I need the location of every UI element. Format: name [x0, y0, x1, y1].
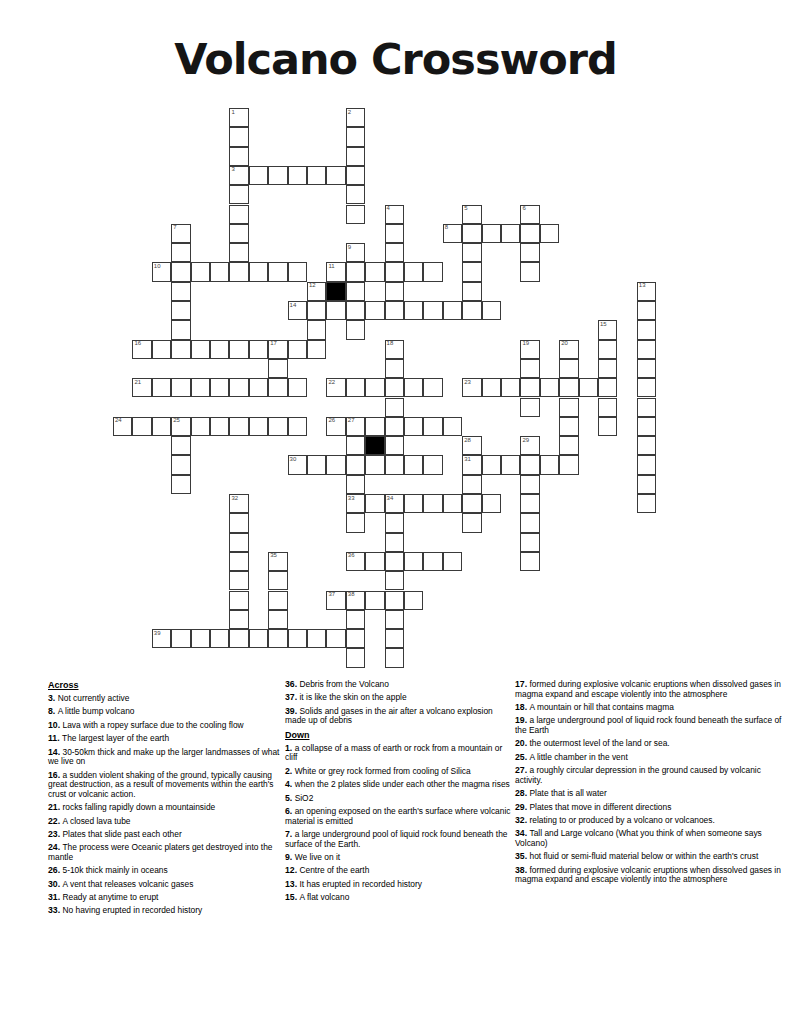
grid-cell[interactable] [540, 224, 559, 243]
grid-cell[interactable] [559, 378, 578, 397]
grid-cell[interactable] [637, 320, 656, 339]
grid-cell[interactable] [346, 166, 365, 185]
grid-cell[interactable] [385, 359, 404, 378]
grid-cell[interactable] [229, 417, 248, 436]
clue-number-label: 36. [285, 679, 300, 689]
clue-number-label: 5. [285, 793, 295, 803]
grid-cell[interactable] [559, 359, 578, 378]
grid-cell[interactable] [152, 340, 171, 359]
cell-number: 2 [348, 109, 351, 116]
grid-cell[interactable]: 14 [288, 301, 307, 320]
grid-cell[interactable]: 3 [229, 166, 248, 185]
grid-cell[interactable] [191, 417, 210, 436]
grid-cell[interactable] [268, 591, 287, 610]
grid-cell[interactable]: 16 [132, 340, 151, 359]
grid-cell[interactable]: 9 [346, 243, 365, 262]
grid-cell[interactable] [307, 455, 326, 474]
grid-cell[interactable] [346, 610, 365, 629]
grid-cell[interactable] [462, 494, 481, 513]
grid-cell[interactable]: 4 [385, 205, 404, 224]
grid-cell[interactable] [365, 455, 384, 474]
grid-cell[interactable] [385, 455, 404, 474]
grid-cell[interactable] [385, 417, 404, 436]
clue-number-label: 38. [515, 865, 530, 875]
grid-cell[interactable]: 23 [462, 378, 481, 397]
grid-cell[interactable] [229, 243, 248, 262]
clue-number-label: 12. [285, 865, 300, 875]
clue-number-label: 39. [285, 706, 300, 716]
grid-cell[interactable] [482, 494, 501, 513]
clue-item: 37. it is like the skin on the apple [285, 693, 513, 703]
grid-cell[interactable] [637, 398, 656, 417]
grid-cell[interactable] [540, 455, 559, 474]
grid-cell[interactable] [404, 552, 423, 571]
grid-cell[interactable]: 19 [520, 340, 539, 359]
grid-cell[interactable] [288, 629, 307, 648]
grid-cell[interactable] [385, 610, 404, 629]
grid-cell[interactable] [346, 147, 365, 166]
grid-cell[interactable] [229, 185, 248, 204]
grid-cell[interactable] [385, 243, 404, 262]
grid-cell[interactable]: 33 [346, 494, 365, 513]
cell-number: 4 [387, 205, 390, 212]
grid-cell[interactable]: 26 [326, 417, 345, 436]
grid-cell[interactable] [171, 243, 190, 262]
grid-cell[interactable] [249, 629, 268, 648]
grid-cell[interactable] [326, 455, 345, 474]
grid-cell[interactable]: 2 [346, 108, 365, 127]
grid-cell[interactable] [637, 475, 656, 494]
grid-cell[interactable] [637, 359, 656, 378]
clue-number-label: 3. [48, 693, 58, 703]
grid-cell[interactable] [385, 571, 404, 590]
cell-number: 13 [639, 282, 646, 289]
cell-number: 26 [328, 417, 335, 424]
cell-number: 10 [154, 263, 161, 270]
grid-cell[interactable] [637, 494, 656, 513]
grid-cell[interactable] [210, 262, 229, 281]
grid-cell[interactable] [268, 359, 287, 378]
grid-cell[interactable] [385, 398, 404, 417]
grid-cell[interactable] [462, 224, 481, 243]
grid-cell[interactable] [191, 378, 210, 397]
clue-number-label: 29. [515, 802, 530, 812]
grid-cell[interactable]: 18 [385, 340, 404, 359]
cell-number: 12 [309, 282, 316, 289]
grid-cell[interactable]: 27 [346, 417, 365, 436]
grid-cell[interactable]: 8 [443, 224, 462, 243]
grid-cell[interactable]: 17 [268, 340, 287, 359]
grid-cell[interactable] [385, 224, 404, 243]
grid-cell[interactable] [385, 513, 404, 532]
grid-cell[interactable] [365, 262, 384, 281]
clue-item: 21. rocks falling rapidly down a mountai… [48, 803, 285, 813]
grid-cell[interactable] [307, 320, 326, 339]
grid-cell[interactable] [540, 378, 559, 397]
clue-item: 5. SiO2 [285, 794, 513, 804]
grid-cell[interactable] [637, 340, 656, 359]
grid-cell[interactable] [346, 205, 365, 224]
cell-number: 19 [522, 340, 529, 347]
grid-cell[interactable] [346, 455, 365, 474]
clue-number-label: 21. [48, 802, 63, 812]
clue-number-label: 20. [515, 738, 530, 748]
grid-cell[interactable] [326, 166, 345, 185]
grid-cell[interactable] [210, 417, 229, 436]
cell-number: 15 [600, 321, 607, 328]
grid-cell[interactable] [385, 282, 404, 301]
grid-cell[interactable] [229, 262, 248, 281]
grid-cell[interactable] [249, 340, 268, 359]
grid-cell[interactable] [249, 166, 268, 185]
grid-cell[interactable] [482, 455, 501, 474]
grid-cell[interactable] [326, 301, 345, 320]
grid-cell[interactable] [346, 436, 365, 455]
grid-cell[interactable] [152, 417, 171, 436]
grid-cell[interactable] [171, 436, 190, 455]
grid-cell[interactable] [385, 301, 404, 320]
cell-number: 14 [290, 302, 297, 309]
grid-cell[interactable] [210, 378, 229, 397]
cell-number: 27 [348, 417, 355, 424]
grid-cell[interactable] [501, 455, 520, 474]
clue-number-label: 8. [48, 706, 58, 716]
grid-cell[interactable] [520, 494, 539, 513]
clue-item: 20. the outermost level of the land or s… [515, 739, 789, 749]
grid-cell[interactable] [171, 340, 190, 359]
grid-cell[interactable] [152, 378, 171, 397]
grid-cell[interactable] [249, 262, 268, 281]
clue-number-label: 37. [285, 692, 300, 702]
grid-cell[interactable] [229, 610, 248, 629]
grid-cell[interactable]: 32 [229, 494, 248, 513]
grid-cell[interactable] [520, 262, 539, 281]
grid-cell[interactable] [171, 320, 190, 339]
cell-number: 29 [522, 437, 529, 444]
grid-cell[interactable] [229, 378, 248, 397]
grid-cell[interactable] [520, 533, 539, 552]
clue-item: 35. hot fluid or semi-fluid material bel… [515, 852, 789, 862]
grid-cell[interactable] [520, 552, 539, 571]
grid-cell[interactable] [520, 243, 539, 262]
grid-cell[interactable] [171, 378, 190, 397]
clue-item: 36. Debris from the Volcano [285, 680, 513, 690]
grid-cell[interactable] [268, 166, 287, 185]
grid-cell[interactable]: 39 [152, 629, 171, 648]
grid-cell[interactable] [482, 224, 501, 243]
grid-cell[interactable] [346, 378, 365, 397]
grid-cell[interactable] [249, 378, 268, 397]
grid-cell[interactable] [191, 262, 210, 281]
grid-cell[interactable] [559, 398, 578, 417]
grid-cell[interactable] [268, 262, 287, 281]
grid-cell[interactable] [171, 629, 190, 648]
grid-cell[interactable] [385, 533, 404, 552]
grid-cell[interactable] [423, 378, 442, 397]
clue-number-label: 13. [285, 879, 300, 889]
grid-cell[interactable] [288, 262, 307, 281]
grid-cell[interactable] [288, 340, 307, 359]
grid-cell[interactable] [385, 629, 404, 648]
grid-cell[interactable] [482, 378, 501, 397]
crossword-grid: 1234567891011121314151617181920212223242… [113, 108, 658, 669]
grid-cell[interactable] [423, 301, 442, 320]
cell-number: 24 [115, 417, 122, 424]
clue-item: 38. formed during explosive volcanic eru… [515, 866, 789, 885]
grid-cell[interactable] [404, 378, 423, 397]
clue-item: 2. White or grey rock formed from coolin… [285, 767, 513, 777]
clue-item: 19. a large underground pool of liquid r… [515, 716, 789, 735]
clue-item: 28. Plate that is all water [515, 789, 789, 799]
grid-cell[interactable] [346, 282, 365, 301]
grid-cell[interactable]: 15 [598, 320, 617, 339]
grid-cell[interactable] [229, 571, 248, 590]
grid-cell[interactable]: 34 [385, 494, 404, 513]
grid-cell[interactable] [637, 417, 656, 436]
grid-cell[interactable] [637, 378, 656, 397]
grid-cell[interactable] [288, 166, 307, 185]
grid-cell[interactable] [598, 378, 617, 397]
grid-cell[interactable]: 21 [132, 378, 151, 397]
grid-cell[interactable] [365, 552, 384, 571]
cell-number: 32 [231, 495, 238, 502]
grid-cell[interactable] [171, 282, 190, 301]
grid-cell[interactable] [482, 301, 501, 320]
cell-number: 36 [348, 552, 355, 559]
grid-cell[interactable]: 29 [520, 436, 539, 455]
grid-cell[interactable] [559, 436, 578, 455]
grid-cell[interactable] [307, 166, 326, 185]
grid-cell[interactable] [559, 455, 578, 474]
clues-column-across: Across3. Not currently active8. A little… [48, 680, 285, 920]
clue-item: 26. 5-10k thick mainly in oceans [48, 866, 285, 876]
grid-cell[interactable]: 1 [229, 108, 248, 127]
clue-number-label: 6. [285, 806, 295, 816]
clue-item: 12. Centre of the earth [285, 866, 513, 876]
clue-item: 23. Plates that slide past each other [48, 830, 285, 840]
cell-number: 7 [173, 224, 176, 231]
grid-cell[interactable] [520, 398, 539, 417]
grid-cell[interactable] [191, 629, 210, 648]
grid-cell[interactable]: 5 [462, 205, 481, 224]
grid-cell[interactable] [579, 378, 598, 397]
grid-cell[interactable] [385, 591, 404, 610]
grid-cell[interactable] [229, 340, 248, 359]
grid-cell[interactable] [404, 262, 423, 281]
cell-number: 23 [464, 379, 471, 386]
grid-cell[interactable] [210, 340, 229, 359]
grid-cell[interactable] [346, 301, 365, 320]
cell-number: 31 [464, 456, 471, 463]
grid-cell[interactable] [443, 552, 462, 571]
grid-cell[interactable]: 28 [462, 436, 481, 455]
grid-cell[interactable] [249, 417, 268, 436]
grid-cell[interactable] [365, 301, 384, 320]
cell-number: 39 [154, 630, 161, 637]
grid-cell[interactable] [423, 262, 442, 281]
grid-cell[interactable] [229, 127, 248, 146]
grid-cell[interactable]: 31 [462, 455, 481, 474]
grid-cell[interactable] [268, 417, 287, 436]
grid-cell[interactable] [365, 494, 384, 513]
clue-item: 10. Lava with a ropey surface due to the… [48, 721, 285, 731]
grid-cell[interactable] [501, 224, 520, 243]
grid-cell[interactable] [171, 455, 190, 474]
grid-cell[interactable] [404, 494, 423, 513]
grid-cell[interactable] [346, 648, 365, 667]
cell-number: 21 [134, 379, 141, 386]
grid-cell[interactable] [520, 513, 539, 532]
cell-number: 30 [290, 456, 297, 463]
grid-cell[interactable] [462, 243, 481, 262]
grid-cell[interactable] [365, 417, 384, 436]
grid-cell[interactable]: 24 [113, 417, 132, 436]
grid-cell[interactable] [268, 378, 287, 397]
grid-cell[interactable] [229, 533, 248, 552]
clue-item: 9. We live on it [285, 853, 513, 863]
grid-cell[interactable] [462, 262, 481, 281]
grid-cell[interactable]: 37 [326, 591, 345, 610]
grid-cell[interactable] [462, 475, 481, 494]
grid-cell[interactable] [520, 224, 539, 243]
clue-item: 14. 30-50km thick and make up the larger… [48, 748, 285, 767]
grid-cell[interactable] [229, 513, 248, 532]
grid-cell[interactable]: 12 [307, 282, 326, 301]
cell-number: 3 [231, 166, 234, 173]
grid-cell[interactable] [443, 494, 462, 513]
grid-cell[interactable] [229, 591, 248, 610]
grid-cell[interactable] [210, 629, 229, 648]
clue-number-label: 16. [48, 770, 63, 780]
grid-cell[interactable] [307, 629, 326, 648]
grid-cell[interactable] [365, 591, 384, 610]
grid-cell[interactable] [559, 417, 578, 436]
grid-cell[interactable] [171, 262, 190, 281]
grid-cell[interactable] [423, 552, 442, 571]
clue-number-label: 22. [48, 816, 63, 826]
clue-item: 6. an opening exposed on the earth's sur… [285, 807, 513, 826]
grid-cell[interactable] [346, 127, 365, 146]
cell-number: 33 [348, 495, 355, 502]
grid-cell[interactable] [423, 455, 442, 474]
grid-cell[interactable] [404, 591, 423, 610]
clue-item: 27. a roughly circular depression in the… [515, 766, 789, 785]
grid-cell[interactable] [501, 378, 520, 397]
grid-cell[interactable] [423, 417, 442, 436]
clues-header: Down [285, 730, 513, 740]
grid-cell[interactable] [462, 301, 481, 320]
grid-cell[interactable] [637, 301, 656, 320]
clue-item: 32. relating to or produced by a volcano… [515, 816, 789, 826]
grid-cell[interactable] [346, 513, 365, 532]
grid-cell[interactable] [229, 224, 248, 243]
grid-cell[interactable] [598, 398, 617, 417]
cell-number: 9 [348, 244, 351, 251]
grid-cell[interactable] [171, 301, 190, 320]
grid-cell[interactable] [229, 552, 248, 571]
grid-cell[interactable] [326, 629, 345, 648]
grid-cell[interactable]: 36 [346, 552, 365, 571]
clue-number-label: 11. [48, 733, 62, 743]
grid-cell[interactable] [385, 378, 404, 397]
grid-cell[interactable] [346, 262, 365, 281]
grid-cell[interactable] [365, 378, 384, 397]
grid-cell[interactable]: 7 [171, 224, 190, 243]
grid-cell[interactable] [520, 359, 539, 378]
clue-item: 22. A closed lava tube [48, 817, 285, 827]
grid-cell[interactable] [132, 417, 151, 436]
cell-number: 17 [270, 340, 277, 347]
grid-cell[interactable]: 35 [268, 552, 287, 571]
grid-cell[interactable] [307, 340, 326, 359]
grid-cell[interactable] [637, 436, 656, 455]
grid-cell[interactable] [443, 417, 462, 436]
grid-cell[interactable] [462, 513, 481, 532]
grid-cell[interactable] [191, 340, 210, 359]
cell-number: 11 [328, 263, 334, 270]
grid-cell[interactable] [346, 320, 365, 339]
grid-cell[interactable] [385, 436, 404, 455]
grid-cell[interactable] [229, 629, 248, 648]
grid-cell[interactable] [598, 359, 617, 378]
grid-cell[interactable] [385, 648, 404, 667]
grid-cell[interactable] [443, 301, 462, 320]
grid-cell[interactable] [229, 205, 248, 224]
grid-cell[interactable] [307, 301, 326, 320]
grid-cell[interactable] [462, 282, 481, 301]
grid-cell[interactable] [268, 629, 287, 648]
grid-cell[interactable] [637, 455, 656, 474]
grid-cell[interactable] [520, 455, 539, 474]
grid-cell[interactable] [404, 417, 423, 436]
grid-cell[interactable]: 22 [326, 378, 345, 397]
grid-cell[interactable] [598, 340, 617, 359]
grid-cell[interactable] [288, 378, 307, 397]
grid-cell[interactable] [346, 629, 365, 648]
grid-cell[interactable]: 11 [326, 262, 345, 281]
grid-cell[interactable]: 20 [559, 340, 578, 359]
grid-cell[interactable]: 25 [171, 417, 190, 436]
grid-cell[interactable]: 6 [520, 205, 539, 224]
grid-cell[interactable] [404, 301, 423, 320]
grid-cell[interactable] [385, 552, 404, 571]
clue-item: 3. Not currently active [48, 694, 285, 704]
grid-cell[interactable] [268, 610, 287, 629]
grid-cell[interactable] [346, 185, 365, 204]
clue-number-label: 34. [515, 828, 530, 838]
grid-cell[interactable] [520, 378, 539, 397]
clue-number-label: 1. [285, 743, 295, 753]
grid-cell[interactable] [268, 571, 287, 590]
grid-cell[interactable] [346, 475, 365, 494]
grid-cell[interactable]: 10 [152, 262, 171, 281]
clue-number-label: 24. [48, 842, 63, 852]
grid-cell[interactable] [598, 417, 617, 436]
grid-cell[interactable] [520, 475, 539, 494]
grid-cell[interactable] [423, 494, 442, 513]
grid-cell[interactable]: 13 [637, 282, 656, 301]
grid-cell[interactable] [229, 147, 248, 166]
grid-cell[interactable] [404, 455, 423, 474]
clue-item: 29. Plates that move in different direct… [515, 803, 789, 813]
grid-cell[interactable]: 38 [346, 591, 365, 610]
grid-cell[interactable]: 30 [288, 455, 307, 474]
grid-cell[interactable] [171, 475, 190, 494]
cell-number: 38 [348, 591, 355, 598]
grid-cell[interactable] [385, 262, 404, 281]
grid-cell[interactable] [288, 417, 307, 436]
clue-item: 17. formed during explosive volcanic eru… [515, 680, 789, 699]
